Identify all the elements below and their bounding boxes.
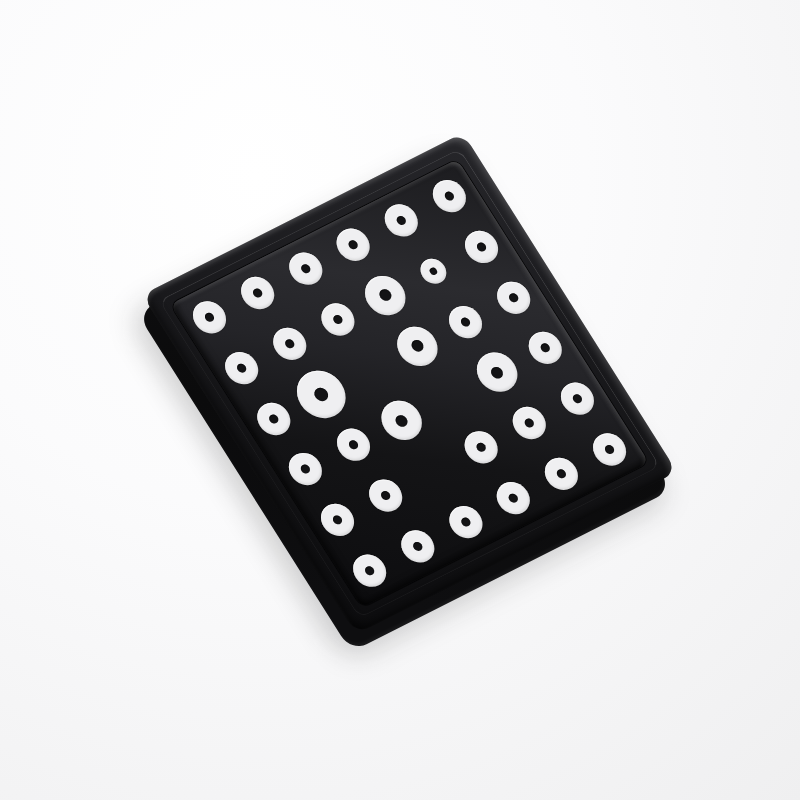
disc-center-dot	[409, 338, 426, 354]
disc-center-dot	[395, 215, 408, 227]
disc-center-dot	[377, 288, 394, 304]
disc-center-dot	[603, 443, 616, 455]
disc-m-r1c2[interactable]	[235, 272, 281, 315]
disc-m-r4c1[interactable]	[283, 448, 329, 491]
disc-m-r1c1[interactable]	[187, 296, 233, 339]
product-photo-stage	[0, 0, 800, 800]
disc-center-dot	[267, 413, 280, 425]
disc-s-r2c5[interactable]	[416, 255, 452, 288]
disc-center-dot	[443, 191, 456, 203]
disc-m-r6c5[interactable]	[538, 452, 584, 495]
disc-m-r2c2[interactable]	[267, 322, 313, 365]
disc-m-r5c2[interactable]	[363, 474, 409, 517]
disc-m-r4c2[interactable]	[331, 424, 377, 467]
disc-center-dot	[283, 338, 296, 350]
disc-center-dot	[411, 540, 424, 552]
disc-m-r6c1[interactable]	[347, 549, 393, 592]
disc-center-dot	[459, 316, 472, 328]
disc-m-r1c6[interactable]	[426, 175, 472, 218]
disc-center-dot	[251, 287, 264, 299]
disc-center-dot	[459, 516, 472, 528]
disc-m-r1c5[interactable]	[379, 199, 425, 242]
disc-m-r5c1[interactable]	[315, 498, 361, 541]
disc-m-r3c6[interactable]	[490, 276, 536, 319]
disc-center-dot	[312, 385, 331, 403]
disc-center-dot	[571, 393, 584, 405]
disc-center-dot	[475, 441, 488, 453]
disc-center-dot	[363, 564, 376, 576]
disc-center-dot	[428, 266, 438, 276]
disc-center-dot	[347, 439, 360, 451]
disc-center-dot	[489, 365, 506, 381]
disc-m-r6c3[interactable]	[443, 500, 489, 543]
disc-m-r5c5[interactable]	[506, 402, 552, 445]
disc-center-dot	[236, 362, 249, 374]
disc-center-dot	[539, 342, 552, 354]
disc-center-dot	[331, 514, 344, 526]
disc-center-dot	[475, 241, 488, 253]
disc-m-r1c3[interactable]	[283, 248, 329, 291]
disc-center-dot	[347, 239, 360, 251]
disc-m-r3c1[interactable]	[251, 397, 297, 440]
disc-m-r2c3[interactable]	[315, 298, 361, 341]
disc-center-dot	[331, 314, 344, 326]
disc-m-r5c6[interactable]	[554, 377, 600, 420]
disc-m-r3c5[interactable]	[442, 300, 488, 343]
disc-center-dot	[204, 311, 217, 323]
disc-m-r6c2[interactable]	[395, 525, 441, 568]
disc-center-dot	[299, 463, 312, 475]
disc-m-r5c4[interactable]	[458, 426, 504, 469]
disc-center-dot	[523, 417, 536, 429]
game-tray	[142, 133, 677, 634]
disc-center-dot	[299, 263, 312, 275]
disc-m-r4c6[interactable]	[522, 327, 568, 370]
disc-center-dot	[507, 292, 520, 304]
disc-m-r2c1[interactable]	[219, 347, 265, 390]
disc-center-dot	[507, 492, 520, 504]
disc-center-dot	[393, 413, 410, 429]
disc-center-dot	[379, 490, 392, 502]
disc-m-r6c4[interactable]	[490, 476, 536, 519]
disc-center-dot	[555, 468, 568, 480]
disc-m-r6c6[interactable]	[586, 428, 632, 471]
disc-m-r2c6[interactable]	[458, 226, 504, 269]
disc-m-r1c4[interactable]	[331, 223, 377, 266]
